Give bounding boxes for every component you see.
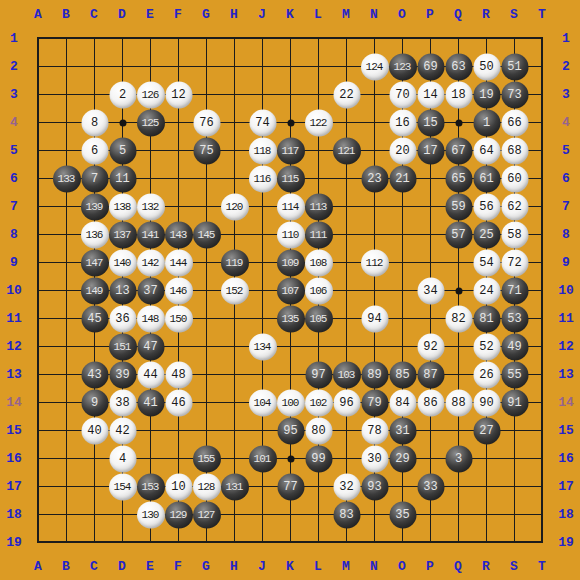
stone-62-s7: 62 [501, 193, 528, 220]
stone-149-c10: 149 [81, 277, 109, 304]
stone-112-n9: 112 [361, 249, 389, 276]
stone-25-r8: 25 [473, 221, 500, 248]
stone-14-p3: 14 [417, 81, 444, 108]
stone-100-k14: 100 [277, 389, 305, 416]
stone-47-e12: 47 [137, 333, 164, 360]
stone-120-h7: 120 [221, 193, 249, 220]
stone-101-j16: 101 [249, 445, 277, 472]
stone-84-o14: 84 [389, 389, 416, 416]
stone-131-h17: 131 [221, 473, 249, 500]
go-board: AABBCCDDEEFFGGHHJJKKLLMMNNOOPPQQRRSSTT11… [0, 0, 580, 580]
stone-59-q7: 59 [445, 193, 472, 220]
stone-78-n15: 78 [361, 417, 388, 444]
stone-72-s9: 72 [501, 249, 528, 276]
stone-152-h10: 152 [221, 277, 249, 304]
stone-109-k9: 109 [277, 249, 305, 276]
stone-27-r15: 27 [473, 417, 500, 444]
stone-41-e14: 41 [137, 389, 164, 416]
stone-128-g17: 128 [193, 473, 221, 500]
stone-21-o6: 21 [389, 165, 416, 192]
stone-104-j14: 104 [249, 389, 277, 416]
stone-37-e10: 37 [137, 277, 164, 304]
stone-143-f8: 143 [165, 221, 193, 248]
stone-90-r14: 90 [473, 389, 500, 416]
stone-71-s10: 71 [501, 277, 528, 304]
stone-106-l10: 106 [305, 277, 333, 304]
stone-32-m17: 32 [333, 473, 360, 500]
stone-83-m18: 83 [333, 501, 360, 528]
stone-53-s11: 53 [501, 305, 528, 332]
stone-67-q5: 67 [445, 137, 472, 164]
stone-105-l11: 105 [305, 305, 333, 332]
stone-9-c14: 9 [81, 389, 108, 416]
stone-87-p13: 87 [417, 361, 444, 388]
stone-30-n16: 30 [361, 445, 388, 472]
stone-145-g8: 145 [193, 221, 221, 248]
stone-43-c13: 43 [81, 361, 108, 388]
stone-49-s12: 49 [501, 333, 528, 360]
stone-39-d13: 39 [109, 361, 136, 388]
stone-76-g4: 76 [193, 109, 220, 136]
stone-144-f9: 144 [165, 249, 193, 276]
stone-89-n13: 89 [361, 361, 388, 388]
stone-45-c11: 45 [81, 305, 108, 332]
stone-57-q8: 57 [445, 221, 472, 248]
stone-115-k6: 115 [277, 165, 305, 192]
stone-148-e11: 148 [137, 305, 165, 332]
stone-153-e17: 153 [137, 473, 165, 500]
stone-73-s3: 73 [501, 81, 528, 108]
stone-68-s5: 68 [501, 137, 528, 164]
stone-80-l15: 80 [305, 417, 332, 444]
stone-122-l4: 122 [305, 109, 333, 136]
stone-10-f17: 10 [165, 473, 192, 500]
stone-108-l9: 108 [305, 249, 333, 276]
stone-8-c4: 8 [81, 109, 108, 136]
stone-132-e7: 132 [137, 193, 165, 220]
stone-19-r3: 19 [473, 81, 500, 108]
stone-46-f14: 46 [165, 389, 192, 416]
stone-139-c7: 139 [81, 193, 109, 220]
stone-33-p17: 33 [417, 473, 444, 500]
stone-102-l14: 102 [305, 389, 333, 416]
stone-36-d11: 36 [109, 305, 136, 332]
stone-18-q3: 18 [445, 81, 472, 108]
stone-17-p5: 17 [417, 137, 444, 164]
stone-15-p4: 15 [417, 109, 444, 136]
stone-123-o2: 123 [389, 53, 417, 80]
stone-1-r4: 1 [473, 109, 500, 136]
stone-44-e13: 44 [137, 361, 164, 388]
stone-126-e3: 126 [137, 81, 165, 108]
stone-20-o5: 20 [389, 137, 416, 164]
stone-142-e9: 142 [137, 249, 165, 276]
stone-118-j5: 118 [249, 137, 277, 164]
stone-111-l8: 111 [305, 221, 333, 248]
stone-4-d16: 4 [109, 445, 136, 472]
stone-70-o3: 70 [389, 81, 416, 108]
stone-94-n11: 94 [361, 305, 388, 332]
stone-56-r7: 56 [473, 193, 500, 220]
stone-147-c9: 147 [81, 249, 109, 276]
stone-65-q6: 65 [445, 165, 472, 192]
stone-121-m5: 121 [333, 137, 361, 164]
stone-110-k8: 110 [277, 221, 305, 248]
stone-127-g18: 127 [193, 501, 221, 528]
stone-103-m13: 103 [333, 361, 361, 388]
stone-140-d9: 140 [109, 249, 137, 276]
stone-51-s2: 51 [501, 53, 528, 80]
stone-154-d17: 154 [109, 473, 137, 500]
stone-60-s6: 60 [501, 165, 528, 192]
stone-151-d12: 151 [109, 333, 137, 360]
stone-29-o16: 29 [389, 445, 416, 472]
stone-26-r13: 26 [473, 361, 500, 388]
stone-141-e8: 141 [137, 221, 165, 248]
stone-150-f11: 150 [165, 305, 193, 332]
stone-125-e4: 125 [137, 109, 165, 136]
stone-50-r2: 50 [473, 53, 500, 80]
stone-82-q11: 82 [445, 305, 472, 332]
stone-54-r9: 54 [473, 249, 500, 276]
stone-61-r6: 61 [473, 165, 500, 192]
stone-136-c8: 136 [81, 221, 109, 248]
stone-3-q16: 3 [445, 445, 472, 472]
stone-48-f13: 48 [165, 361, 192, 388]
stone-34-p10: 34 [417, 277, 444, 304]
stone-12-f3: 12 [165, 81, 192, 108]
stone-146-f10: 146 [165, 277, 193, 304]
stone-96-m14: 96 [333, 389, 360, 416]
stone-69-p2: 69 [417, 53, 444, 80]
stone-119-h9: 119 [221, 249, 249, 276]
stone-55-s13: 55 [501, 361, 528, 388]
stone-81-r11: 81 [473, 305, 500, 332]
stone-63-q2: 63 [445, 53, 472, 80]
stone-58-s8: 58 [501, 221, 528, 248]
stone-135-k11: 135 [277, 305, 305, 332]
stone-85-o13: 85 [389, 361, 416, 388]
stone-24-r10: 24 [473, 277, 500, 304]
stone-66-s4: 66 [501, 109, 528, 136]
stone-42-d15: 42 [109, 417, 136, 444]
stone-114-k7: 114 [277, 193, 305, 220]
stone-124-n2: 124 [361, 53, 389, 80]
stone-134-j12: 134 [249, 333, 277, 360]
stone-95-k15: 95 [277, 417, 304, 444]
stone-7-c6: 7 [81, 165, 108, 192]
stone-6-c5: 6 [81, 137, 108, 164]
stone-138-d7: 138 [109, 193, 137, 220]
stone-117-k5: 117 [277, 137, 305, 164]
stone-99-l16: 99 [305, 445, 332, 472]
stone-86-p14: 86 [417, 389, 444, 416]
stone-35-o18: 35 [389, 501, 416, 528]
stone-133-b6: 133 [53, 165, 81, 192]
stone-93-n17: 93 [361, 473, 388, 500]
stone-40-c15: 40 [81, 417, 108, 444]
stone-2-d3: 2 [109, 81, 136, 108]
stone-38-d14: 38 [109, 389, 136, 416]
stone-75-g5: 75 [193, 137, 220, 164]
stone-107-k10: 107 [277, 277, 305, 304]
stone-113-l7: 113 [305, 193, 333, 220]
stone-77-k17: 77 [277, 473, 304, 500]
stone-130-e18: 130 [137, 501, 165, 528]
stone-97-l13: 97 [305, 361, 332, 388]
stone-92-p12: 92 [417, 333, 444, 360]
stone-155-g16: 155 [193, 445, 221, 472]
stone-91-s14: 91 [501, 389, 528, 416]
stone-137-d8: 137 [109, 221, 137, 248]
stone-52-r12: 52 [473, 333, 500, 360]
stone-13-d10: 13 [109, 277, 136, 304]
stone-74-j4: 74 [249, 109, 276, 136]
stone-16-o4: 16 [389, 109, 416, 136]
stone-64-r5: 64 [473, 137, 500, 164]
stone-116-j6: 116 [249, 165, 277, 192]
stone-129-f18: 129 [165, 501, 193, 528]
stone-88-q14: 88 [445, 389, 472, 416]
stone-23-n6: 23 [361, 165, 388, 192]
stone-22-m3: 22 [333, 81, 360, 108]
stones: 1234567891011121314151617181920212223242… [0, 0, 580, 580]
stone-79-n14: 79 [361, 389, 388, 416]
stone-11-d6: 11 [109, 165, 136, 192]
stone-31-o15: 31 [389, 417, 416, 444]
stone-5-d5: 5 [109, 137, 136, 164]
